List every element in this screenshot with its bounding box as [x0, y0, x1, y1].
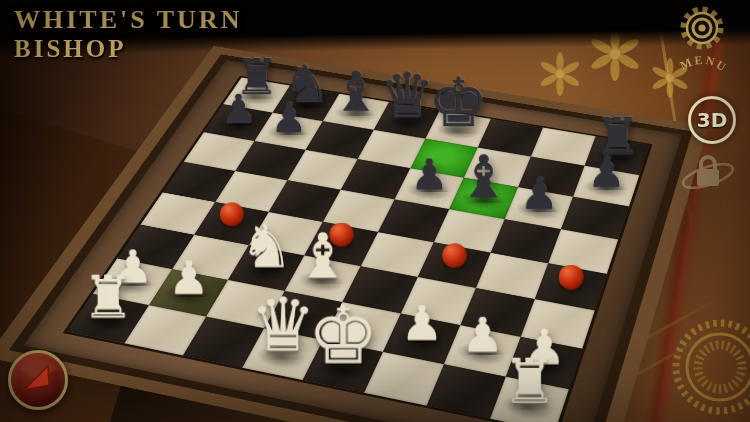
square-h4[interactable]	[535, 263, 607, 310]
view-3d-label: 3D	[697, 108, 728, 132]
square-e1[interactable]: ♚	[303, 340, 383, 393]
view-3d-button[interactable]: 3D	[688, 96, 736, 144]
piece-black-king-e8[interactable]: ♚	[394, 69, 523, 136]
board-grid: ♜♞♝♛♚♜♟♟♟♟♝♟♞♝♟♟♟♟♟♜♛♚♜	[67, 78, 649, 422]
svg-text:MENU: MENU	[678, 53, 730, 75]
move-dot[interactable]	[442, 243, 467, 268]
gear-icon	[685, 11, 719, 45]
turn-indicator-label: WHITE'S TURN	[14, 5, 242, 35]
padlock-icon	[697, 157, 719, 186]
square-h1[interactable]: ♜	[490, 377, 569, 422]
chess-board: ♜♞♝♛♚♜♟♟♟♟♝♟♞♝♟♟♟♟♟♜♛♚♜	[9, 54, 693, 422]
piece-white-rook-a1[interactable]: ♜	[34, 268, 183, 326]
moved-piece-label: BISHOP	[14, 35, 126, 63]
piece-white-bishop-d3[interactable]: ♝	[251, 225, 396, 287]
menu-button[interactable]: MENU	[670, 2, 734, 80]
undo-dial-button[interactable]	[8, 350, 68, 410]
square-f4[interactable]	[418, 242, 491, 288]
app-screen: ♜♞♝♛♚♜♟♟♟♟♝♟♞♝♟♟♟♟♟♜♛♚♜ WHITE'S TURN BIS…	[0, 0, 750, 422]
piece-white-king-e1[interactable]: ♚	[266, 295, 420, 375]
move-dot[interactable]	[559, 265, 584, 290]
rotation-lock-button[interactable]	[676, 140, 740, 202]
menu-label: MENU	[678, 53, 730, 75]
piece-white-rook-h1[interactable]: ♜	[451, 351, 609, 413]
